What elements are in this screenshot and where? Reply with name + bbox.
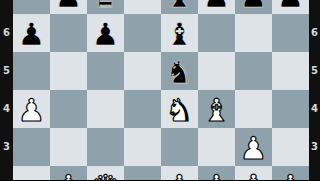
square-e3[interactable] [161,128,198,166]
black-pawn-h7[interactable]: ♟ [277,0,305,12]
rank-label-7: 7 [0,0,13,14]
black-bishop-e7[interactable]: ♝ [166,0,194,12]
square-f3[interactable] [198,128,235,166]
square-h3[interactable] [272,128,309,166]
rank-label-2: 2 [309,166,320,180]
white-pawn-a4[interactable]: ♟ [18,95,46,126]
square-e4[interactable]: ♞ [161,90,198,128]
square-g6[interactable] [235,14,272,52]
white-pawn-f2[interactable]: ♟ [203,171,231,181]
square-e7[interactable]: ♝ [161,0,198,14]
square-a4[interactable]: ♟ [13,90,50,128]
rank-label-2: 2 [0,166,13,180]
chess-app-screen: 765432 ♟♛♝♟♟♟♟♟♝♞♟♞♝♟♟♛♟♟♝♟ 765432 [0,0,320,180]
square-a2[interactable] [13,166,50,180]
rank-label-4: 4 [0,90,13,128]
square-f5[interactable] [198,52,235,90]
square-b7[interactable]: ♟ [50,0,87,14]
square-g7[interactable]: ♟ [235,0,272,14]
square-f4[interactable]: ♝ [198,90,235,128]
square-e2[interactable]: ♟ [161,166,198,180]
square-c2[interactable]: ♛ [87,166,124,180]
square-d6[interactable] [124,14,161,52]
square-a5[interactable] [13,52,50,90]
square-c5[interactable] [87,52,124,90]
rank-label-bar-left: 765432 [0,0,13,180]
rank-label-5: 5 [0,52,13,90]
rank-label-4: 4 [309,90,320,128]
square-h7[interactable]: ♟ [272,0,309,14]
rank-label-bar-right: 765432 [309,0,320,180]
white-knight-e4[interactable]: ♞ [166,95,194,126]
rank-label-7: 7 [309,0,320,14]
white-pawn-e2[interactable]: ♟ [166,171,194,181]
black-knight-e5[interactable]: ♞ [166,57,194,88]
square-f7[interactable]: ♟ [198,0,235,14]
black-pawn-c6[interactable]: ♟ [92,19,120,50]
white-bishop-g2[interactable]: ♝ [240,171,268,181]
square-h4[interactable] [272,90,309,128]
board-viewport: ♟♛♝♟♟♟♟♟♝♞♟♞♝♟♟♛♟♟♝♟ [13,0,309,180]
square-h2[interactable]: ♟ [272,166,309,180]
chess-board[interactable]: ♟♛♝♟♟♟♟♟♝♞♟♞♝♟♟♛♟♟♝♟ [13,0,309,180]
square-d3[interactable] [124,128,161,166]
square-f6[interactable] [198,14,235,52]
square-c3[interactable] [87,128,124,166]
square-g2[interactable]: ♝ [235,166,272,180]
square-g3[interactable]: ♟ [235,128,272,166]
square-a6[interactable]: ♟ [13,14,50,52]
black-pawn-a6[interactable]: ♟ [18,19,46,50]
square-b4[interactable] [50,90,87,128]
rank-label-6: 6 [309,14,320,52]
black-queen-c7[interactable]: ♛ [92,0,120,12]
square-b5[interactable] [50,52,87,90]
white-pawn-b2[interactable]: ♟ [55,171,83,181]
square-a3[interactable] [13,128,50,166]
white-pawn-g3[interactable]: ♟ [240,133,268,164]
square-a7[interactable] [13,0,50,14]
square-f2[interactable]: ♟ [198,166,235,180]
square-c4[interactable] [87,90,124,128]
square-d4[interactable] [124,90,161,128]
square-g4[interactable] [235,90,272,128]
black-pawn-b7[interactable]: ♟ [55,0,83,12]
white-queen-c2[interactable]: ♛ [92,171,120,181]
square-c6[interactable]: ♟ [87,14,124,52]
square-c7[interactable]: ♛ [87,0,124,14]
square-d5[interactable] [124,52,161,90]
square-g5[interactable] [235,52,272,90]
black-bishop-e6[interactable]: ♝ [166,19,194,50]
black-pawn-f7[interactable]: ♟ [203,0,231,12]
rank-label-3: 3 [0,128,13,166]
rank-label-6: 6 [0,14,13,52]
square-e5[interactable]: ♞ [161,52,198,90]
rank-label-3: 3 [309,128,320,166]
square-d7[interactable] [124,0,161,14]
square-b6[interactable] [50,14,87,52]
square-h6[interactable] [272,14,309,52]
square-h5[interactable] [272,52,309,90]
white-pawn-h2[interactable]: ♟ [277,171,305,181]
square-b3[interactable] [50,128,87,166]
rank-labels-left: 765432 [0,0,13,180]
square-e6[interactable]: ♝ [161,14,198,52]
rank-labels-right: 765432 [309,0,320,180]
black-pawn-g7[interactable]: ♟ [240,0,268,12]
square-b2[interactable]: ♟ [50,166,87,180]
square-d2[interactable] [124,166,161,180]
white-bishop-f4[interactable]: ♝ [203,95,231,126]
rank-label-5: 5 [309,52,320,90]
